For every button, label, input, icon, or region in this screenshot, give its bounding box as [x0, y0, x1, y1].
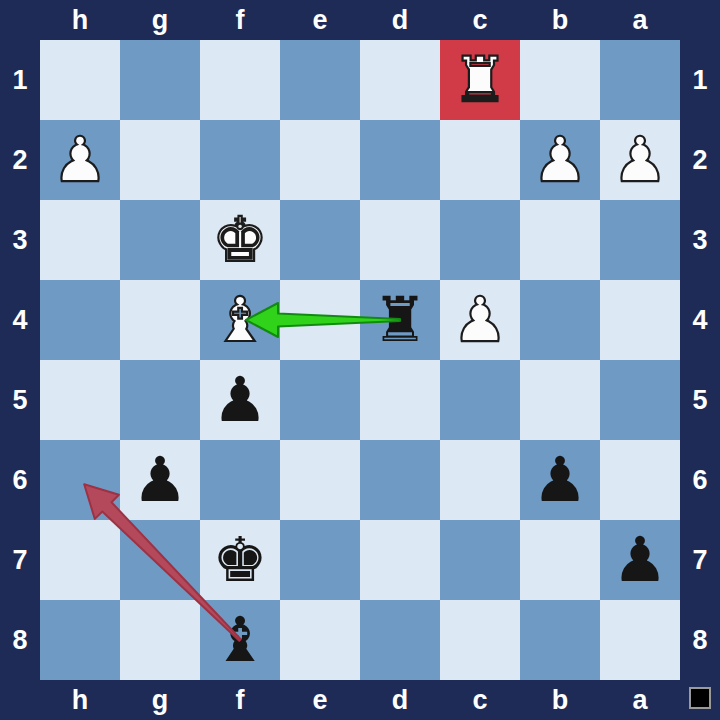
square-c1[interactable]: ♜ — [440, 40, 520, 120]
rank-label-right-7: 7 — [680, 520, 720, 600]
square-b1[interactable] — [520, 40, 600, 120]
square-c5[interactable] — [440, 360, 520, 440]
square-b4[interactable] — [520, 280, 600, 360]
square-f2[interactable] — [200, 120, 280, 200]
square-e6[interactable] — [280, 440, 360, 520]
piece-white-pawn-h2[interactable]: ♟ — [52, 129, 108, 191]
square-h4[interactable] — [40, 280, 120, 360]
square-g4[interactable] — [120, 280, 200, 360]
square-h7[interactable] — [40, 520, 120, 600]
rank-label-left-2: 2 — [0, 120, 40, 200]
square-e8[interactable] — [280, 600, 360, 680]
square-c8[interactable] — [440, 600, 520, 680]
square-b5[interactable] — [520, 360, 600, 440]
square-e5[interactable] — [280, 360, 360, 440]
square-b2[interactable]: ♟ — [520, 120, 600, 200]
chess-board-panel: ♜♟♟♟♚♝♜♟♟♟♟♚♟♝ hhggffeeddccbbaa112233445… — [0, 0, 720, 720]
square-a6[interactable] — [600, 440, 680, 520]
piece-black-bishop-f8[interactable]: ♝ — [212, 609, 268, 671]
square-e7[interactable] — [280, 520, 360, 600]
file-label-bottom-a: a — [600, 680, 680, 720]
piece-white-king-f3[interactable]: ♚ — [212, 209, 268, 271]
square-d6[interactable] — [360, 440, 440, 520]
rank-label-left-5: 5 — [0, 360, 40, 440]
rank-label-left-6: 6 — [0, 440, 40, 520]
square-d7[interactable] — [360, 520, 440, 600]
square-e3[interactable] — [280, 200, 360, 280]
rank-label-right-5: 5 — [680, 360, 720, 440]
piece-black-king-f7[interactable]: ♚ — [212, 529, 268, 591]
file-label-top-h: h — [40, 0, 120, 40]
square-h1[interactable] — [40, 40, 120, 120]
square-g2[interactable] — [120, 120, 200, 200]
file-label-top-d: d — [360, 0, 440, 40]
square-d3[interactable] — [360, 200, 440, 280]
file-label-bottom-d: d — [360, 680, 440, 720]
square-c3[interactable] — [440, 200, 520, 280]
rank-label-right-4: 4 — [680, 280, 720, 360]
square-a4[interactable] — [600, 280, 680, 360]
chess-board: ♜♟♟♟♚♝♜♟♟♟♟♚♟♝ — [40, 40, 680, 680]
piece-black-rook-d4[interactable]: ♜ — [372, 289, 428, 351]
square-f4[interactable]: ♝ — [200, 280, 280, 360]
rank-label-right-1: 1 — [680, 40, 720, 120]
square-a5[interactable] — [600, 360, 680, 440]
piece-white-bishop-f4[interactable]: ♝ — [212, 289, 268, 351]
square-a7[interactable]: ♟ — [600, 520, 680, 600]
square-e2[interactable] — [280, 120, 360, 200]
piece-black-pawn-a7[interactable]: ♟ — [612, 529, 668, 591]
square-h6[interactable] — [40, 440, 120, 520]
file-label-bottom-f: f — [200, 680, 280, 720]
square-d4[interactable]: ♜ — [360, 280, 440, 360]
rank-label-right-3: 3 — [680, 200, 720, 280]
square-e1[interactable] — [280, 40, 360, 120]
square-c2[interactable] — [440, 120, 520, 200]
file-label-bottom-b: b — [520, 680, 600, 720]
rank-label-right-2: 2 — [680, 120, 720, 200]
square-g7[interactable] — [120, 520, 200, 600]
square-h3[interactable] — [40, 200, 120, 280]
rank-label-left-7: 7 — [0, 520, 40, 600]
square-h2[interactable]: ♟ — [40, 120, 120, 200]
square-g6[interactable]: ♟ — [120, 440, 200, 520]
square-h5[interactable] — [40, 360, 120, 440]
file-label-bottom-e: e — [280, 680, 360, 720]
piece-black-pawn-f5[interactable]: ♟ — [212, 369, 268, 431]
square-c6[interactable] — [440, 440, 520, 520]
rank-label-left-3: 3 — [0, 200, 40, 280]
rank-label-right-6: 6 — [680, 440, 720, 520]
square-f8[interactable]: ♝ — [200, 600, 280, 680]
square-g1[interactable] — [120, 40, 200, 120]
square-b7[interactable] — [520, 520, 600, 600]
square-b8[interactable] — [520, 600, 600, 680]
piece-white-pawn-c4[interactable]: ♟ — [452, 289, 508, 351]
square-f3[interactable]: ♚ — [200, 200, 280, 280]
file-label-top-c: c — [440, 0, 520, 40]
square-d2[interactable] — [360, 120, 440, 200]
rank-label-right-8: 8 — [680, 600, 720, 680]
rank-label-left-8: 8 — [0, 600, 40, 680]
file-label-top-a: a — [600, 0, 680, 40]
square-d8[interactable] — [360, 600, 440, 680]
square-c7[interactable] — [440, 520, 520, 600]
square-d1[interactable] — [360, 40, 440, 120]
square-d5[interactable] — [360, 360, 440, 440]
file-label-bottom-g: g — [120, 680, 200, 720]
square-f1[interactable] — [200, 40, 280, 120]
square-b6[interactable]: ♟ — [520, 440, 600, 520]
square-g8[interactable] — [120, 600, 200, 680]
file-label-top-f: f — [200, 0, 280, 40]
square-f6[interactable] — [200, 440, 280, 520]
piece-white-pawn-b2[interactable]: ♟ — [532, 129, 588, 191]
piece-black-pawn-b6[interactable]: ♟ — [532, 449, 588, 511]
square-e4[interactable] — [280, 280, 360, 360]
file-label-top-e: e — [280, 0, 360, 40]
square-a2[interactable]: ♟ — [600, 120, 680, 200]
file-label-top-g: g — [120, 0, 200, 40]
square-b3[interactable] — [520, 200, 600, 280]
piece-white-rook-c1[interactable]: ♜ — [452, 49, 508, 111]
square-h8[interactable] — [40, 600, 120, 680]
square-c4[interactable]: ♟ — [440, 280, 520, 360]
piece-black-pawn-g6[interactable]: ♟ — [132, 449, 188, 511]
square-f7[interactable]: ♚ — [200, 520, 280, 600]
piece-white-pawn-a2[interactable]: ♟ — [612, 129, 668, 191]
side-to-move-indicator — [689, 687, 711, 709]
file-label-bottom-h: h — [40, 680, 120, 720]
rank-label-left-1: 1 — [0, 40, 40, 120]
file-label-top-b: b — [520, 0, 600, 40]
rank-label-left-4: 4 — [0, 280, 40, 360]
square-g3[interactable] — [120, 200, 200, 280]
square-g5[interactable] — [120, 360, 200, 440]
file-label-bottom-c: c — [440, 680, 520, 720]
square-a1[interactable] — [600, 40, 680, 120]
square-f5[interactable]: ♟ — [200, 360, 280, 440]
square-a8[interactable] — [600, 600, 680, 680]
square-a3[interactable] — [600, 200, 680, 280]
